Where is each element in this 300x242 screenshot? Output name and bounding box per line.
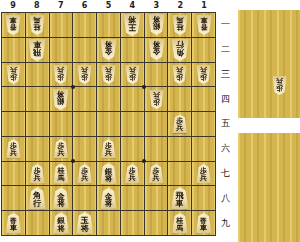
square-2e[interactable]: 歩兵	[168, 112, 191, 136]
square-4f[interactable]	[121, 137, 144, 161]
file-label: 5	[97, 0, 121, 11]
hoshi-dot	[71, 85, 75, 89]
square-7h[interactable]: 金将	[50, 186, 73, 210]
file-labels: 987654321	[1, 0, 216, 11]
sente-歩-piece[interactable]: 歩兵	[101, 139, 116, 158]
square-1b[interactable]	[192, 38, 215, 62]
square-1c[interactable]: 歩兵	[192, 63, 215, 87]
square-3d[interactable]: 歩兵	[145, 87, 168, 111]
square-4d[interactable]	[121, 87, 144, 111]
gote-hand-stand[interactable]: 歩兵	[238, 10, 300, 118]
square-9e[interactable]	[2, 112, 25, 136]
square-8e[interactable]	[26, 112, 49, 136]
square-9b[interactable]	[2, 38, 25, 62]
square-5a[interactable]	[97, 13, 120, 37]
square-8f[interactable]	[26, 137, 49, 161]
gote-歩-piece[interactable]: 歩兵	[77, 65, 92, 84]
square-9h[interactable]	[2, 186, 25, 210]
square-8b[interactable]: 飛車	[26, 38, 49, 62]
sente-歩-piece[interactable]: 歩兵	[30, 164, 45, 183]
gote-歩-piece[interactable]: 歩兵	[125, 65, 140, 84]
gote-歩-piece[interactable]: 歩兵	[172, 65, 187, 84]
square-7a[interactable]	[50, 13, 73, 37]
square-3i[interactable]	[145, 211, 168, 235]
square-1a[interactable]: 香車	[192, 13, 215, 37]
square-9d[interactable]	[2, 87, 25, 111]
rank-label: 四	[218, 95, 233, 104]
square-2g[interactable]	[168, 162, 191, 186]
sente-飛-piece[interactable]: 飛車	[171, 187, 189, 209]
square-5i[interactable]	[97, 211, 120, 235]
gote-歩-piece[interactable]: 歩兵	[272, 76, 287, 95]
square-8d[interactable]	[26, 87, 49, 111]
square-3b[interactable]: 金将	[145, 38, 168, 62]
square-8h[interactable]: 角行	[26, 186, 49, 210]
square-5b[interactable]: 金将	[97, 38, 120, 62]
gote-銀-piece[interactable]: 銀将	[148, 14, 165, 35]
sente-歩-piece[interactable]: 歩兵	[149, 164, 164, 183]
square-8g[interactable]: 歩兵	[26, 162, 49, 186]
file-label: 2	[168, 0, 192, 11]
sente-歩-piece[interactable]: 歩兵	[53, 139, 68, 158]
square-3f[interactable]	[145, 137, 168, 161]
sente-歩-piece[interactable]: 歩兵	[196, 164, 211, 183]
square-1f[interactable]	[192, 137, 215, 161]
rank-labels: 一二三四五六七八九	[218, 12, 233, 236]
gote-歩-piece[interactable]: 歩兵	[196, 65, 211, 84]
gote-歩-piece[interactable]: 歩兵	[149, 90, 164, 109]
square-8a[interactable]: 桂馬	[26, 13, 49, 37]
square-4i[interactable]	[121, 211, 144, 235]
square-6c[interactable]: 歩兵	[73, 63, 96, 87]
square-5c[interactable]: 歩兵	[97, 63, 120, 87]
square-3c[interactable]	[145, 63, 168, 87]
square-2b[interactable]: 角行	[168, 38, 191, 62]
rank-label: 七	[218, 169, 233, 178]
square-3a[interactable]: 銀将	[145, 13, 168, 37]
square-6i[interactable]: 玉将	[73, 211, 96, 235]
rank-label: 六	[218, 144, 233, 153]
sente-玉-piece[interactable]: 玉将	[76, 212, 94, 234]
square-8c[interactable]	[26, 63, 49, 87]
square-2i[interactable]: 桂馬	[168, 211, 191, 235]
sente-桂-piece[interactable]: 桂馬	[172, 213, 188, 233]
hoshi-dot	[142, 85, 146, 89]
rank-label: 三	[218, 70, 233, 79]
square-7c[interactable]: 歩兵	[50, 63, 73, 87]
square-9c[interactable]: 歩兵	[2, 63, 25, 87]
gote-桂-piece[interactable]: 桂馬	[172, 15, 188, 35]
square-3h[interactable]	[145, 186, 168, 210]
square-1i[interactable]: 香車	[192, 211, 215, 235]
square-9i[interactable]: 香車	[2, 211, 25, 235]
square-2a[interactable]: 桂馬	[168, 13, 191, 37]
square-5e[interactable]	[97, 112, 120, 136]
square-7i[interactable]: 銀将	[50, 211, 73, 235]
square-6f[interactable]	[73, 137, 96, 161]
rank-label: 二	[218, 45, 233, 54]
sente-銀-piece[interactable]: 銀将	[100, 163, 117, 184]
gote-金-piece[interactable]: 金将	[100, 39, 117, 60]
square-2c[interactable]: 歩兵	[168, 63, 191, 87]
gote-王-piece[interactable]: 王将	[123, 14, 141, 36]
square-6e[interactable]	[73, 112, 96, 136]
square-1e[interactable]	[192, 112, 215, 136]
file-label: 3	[144, 0, 168, 11]
gote-歩-piece[interactable]: 歩兵	[53, 65, 68, 84]
square-4e[interactable]	[121, 112, 144, 136]
file-label: 1	[192, 0, 216, 11]
file-label: 8	[25, 0, 49, 11]
rank-label: 八	[218, 194, 233, 203]
square-5h[interactable]: 金将	[97, 186, 120, 210]
sente-香-piece[interactable]: 香車	[196, 213, 212, 233]
hoshi-dot	[71, 159, 75, 163]
square-5d[interactable]	[97, 87, 120, 111]
file-label: 9	[1, 0, 25, 11]
square-4a[interactable]: 王将	[121, 13, 144, 37]
square-6b[interactable]	[73, 38, 96, 62]
square-2f[interactable]	[168, 137, 191, 161]
rank-label: 五	[218, 119, 233, 128]
sente-角-piece[interactable]: 角行	[28, 187, 46, 209]
file-label: 4	[120, 0, 144, 11]
square-3e[interactable]	[145, 112, 168, 136]
square-4g[interactable]: 歩兵	[121, 162, 144, 186]
square-7e[interactable]	[50, 112, 73, 136]
sente-桂-piece[interactable]: 桂馬	[53, 164, 69, 184]
rank-label: 九	[218, 219, 233, 228]
square-7b[interactable]	[50, 38, 73, 62]
square-1g[interactable]: 歩兵	[192, 162, 215, 186]
square-7g[interactable]: 桂馬	[50, 162, 73, 186]
square-7f[interactable]: 歩兵	[50, 137, 73, 161]
sente-香-piece[interactable]: 香車	[5, 213, 21, 233]
gote-角-piece[interactable]: 角行	[171, 39, 189, 61]
sente-歩-piece[interactable]: 歩兵	[125, 164, 140, 183]
gote-歩-piece[interactable]: 歩兵	[101, 65, 116, 84]
gote-香-piece[interactable]: 香車	[196, 15, 212, 35]
shogi-app: 987654321 香車桂馬王将銀将桂馬香車飛車金将金将角行歩兵歩兵歩兵歩兵歩兵…	[0, 0, 300, 242]
square-5g[interactable]: 銀将	[97, 162, 120, 186]
square-1h[interactable]	[192, 186, 215, 210]
file-label: 6	[73, 0, 97, 11]
sente-金-piece[interactable]: 金将	[52, 188, 69, 209]
square-3g[interactable]: 歩兵	[145, 162, 168, 186]
gote-歩-piece[interactable]: 歩兵	[6, 65, 21, 84]
square-4h[interactable]	[121, 186, 144, 210]
square-6a[interactable]	[73, 13, 96, 37]
square-4c[interactable]: 歩兵	[121, 63, 144, 87]
square-2d[interactable]	[168, 87, 191, 111]
square-6h[interactable]	[73, 186, 96, 210]
square-8i[interactable]	[26, 211, 49, 235]
rank-label: 一	[218, 20, 233, 29]
square-2h[interactable]: 飛車	[168, 186, 191, 210]
square-6g[interactable]: 歩兵	[73, 162, 96, 186]
square-6d[interactable]	[73, 87, 96, 111]
gote-銀-piece[interactable]: 銀将	[52, 89, 69, 110]
sente-銀-piece[interactable]: 銀将	[52, 213, 69, 234]
sente-hand-stand[interactable]	[238, 133, 300, 242]
square-7d[interactable]: 銀将	[50, 87, 73, 111]
gote-香-piece[interactable]: 香車	[5, 15, 21, 35]
hoshi-dot	[142, 159, 146, 163]
square-1d[interactable]	[192, 87, 215, 111]
sente-金-piece[interactable]: 金将	[100, 188, 117, 209]
square-5f[interactable]: 歩兵	[97, 137, 120, 161]
sente-歩-piece[interactable]: 歩兵	[172, 114, 187, 133]
gote-桂-piece[interactable]: 桂馬	[29, 15, 45, 35]
square-9g[interactable]	[2, 162, 25, 186]
gote-金-piece[interactable]: 金将	[148, 39, 165, 60]
board-grid: 香車桂馬王将銀将桂馬香車飛車金将金将角行歩兵歩兵歩兵歩兵歩兵歩兵歩兵銀将歩兵歩兵…	[2, 13, 215, 235]
sente-歩-piece[interactable]: 歩兵	[6, 139, 21, 158]
square-9a[interactable]: 香車	[2, 13, 25, 37]
square-9f[interactable]: 歩兵	[2, 137, 25, 161]
gote-飛-piece[interactable]: 飛車	[28, 39, 46, 61]
square-4b[interactable]	[121, 38, 144, 62]
sente-歩-piece[interactable]: 歩兵	[77, 164, 92, 183]
file-label: 7	[49, 0, 73, 11]
shogi-board: 香車桂馬王将銀将桂馬香車飛車金将金将角行歩兵歩兵歩兵歩兵歩兵歩兵歩兵銀将歩兵歩兵…	[1, 12, 216, 236]
